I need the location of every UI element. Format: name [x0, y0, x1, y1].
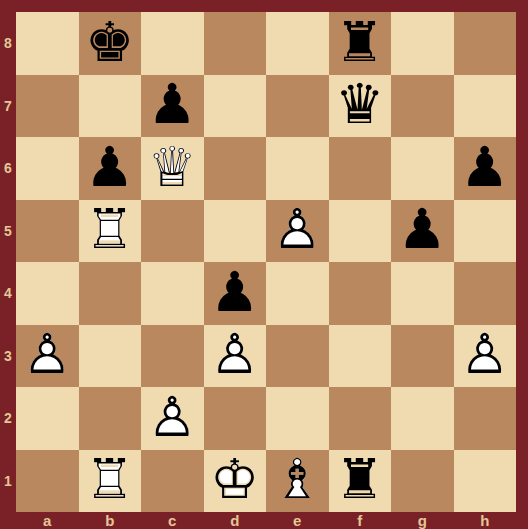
square-e7[interactable]	[266, 75, 329, 138]
square-d1[interactable]: ♚♔	[204, 450, 267, 513]
white-pawn-icon: ♙	[266, 199, 329, 262]
square-h4[interactable]	[454, 262, 517, 325]
square-c4[interactable]	[141, 262, 204, 325]
black-pawn-icon: ♟	[204, 261, 267, 324]
file-label-a: a	[16, 512, 79, 529]
black-queen-icon: ♛	[329, 74, 392, 137]
rank-label-5: 5	[0, 200, 16, 263]
square-c6[interactable]: ♛♕	[141, 137, 204, 200]
white-queen-icon: ♕	[141, 136, 204, 199]
square-f5[interactable]	[329, 200, 392, 263]
white-pawn-icon: ♙	[16, 324, 79, 387]
black-rook-icon: ♜	[329, 449, 392, 512]
file-label-g: g	[391, 512, 454, 529]
black-pawn-icon: ♟	[391, 199, 454, 262]
square-h1[interactable]	[454, 450, 517, 513]
rank-label-3: 3	[0, 325, 16, 388]
square-g3[interactable]	[391, 325, 454, 388]
square-d2[interactable]	[204, 387, 267, 450]
white-pawn-icon: ♙	[204, 324, 267, 387]
square-f2[interactable]	[329, 387, 392, 450]
rank-label-2: 2	[0, 387, 16, 450]
square-f4[interactable]	[329, 262, 392, 325]
square-f8[interactable]: ♜	[329, 12, 392, 75]
black-pawn-icon: ♟	[454, 136, 517, 199]
square-d3[interactable]: ♟♙	[204, 325, 267, 388]
square-a6[interactable]	[16, 137, 79, 200]
white-king-icon: ♔	[204, 449, 267, 512]
square-h6[interactable]: ♟	[454, 137, 517, 200]
rank-label-4: 4	[0, 262, 16, 325]
rank-label-6: 6	[0, 137, 16, 200]
square-b3[interactable]	[79, 325, 142, 388]
square-h8[interactable]	[454, 12, 517, 75]
chess-board: ♚♜♟♛♟♛♕♟♜♖♟♙♟♟♟♙♟♙♟♙♟♙♜♖♚♔♝♗♜	[16, 12, 516, 512]
square-g5[interactable]: ♟	[391, 200, 454, 263]
rank-label-1: 1	[0, 450, 16, 513]
square-b6[interactable]: ♟	[79, 137, 142, 200]
black-pawn-icon: ♟	[79, 136, 142, 199]
square-c3[interactable]	[141, 325, 204, 388]
black-pawn-icon: ♟	[141, 74, 204, 137]
square-d8[interactable]	[204, 12, 267, 75]
square-a1[interactable]	[16, 450, 79, 513]
square-e5[interactable]: ♟♙	[266, 200, 329, 263]
black-rook-icon: ♜	[329, 11, 392, 74]
square-a7[interactable]	[16, 75, 79, 138]
square-e2[interactable]	[266, 387, 329, 450]
square-e1[interactable]: ♝♗	[266, 450, 329, 513]
square-d5[interactable]	[204, 200, 267, 263]
file-labels: abcdefgh	[16, 512, 516, 529]
square-f1[interactable]: ♜	[329, 450, 392, 513]
square-d4[interactable]: ♟	[204, 262, 267, 325]
square-f6[interactable]	[329, 137, 392, 200]
square-c1[interactable]	[141, 450, 204, 513]
chess-board-frame: 87654321 ♚♜♟♛♟♛♕♟♜♖♟♙♟♟♟♙♟♙♟♙♟♙♜♖♚♔♝♗♜ a…	[0, 0, 528, 529]
file-label-c: c	[141, 512, 204, 529]
square-a5[interactable]	[16, 200, 79, 263]
square-e6[interactable]	[266, 137, 329, 200]
square-b7[interactable]	[79, 75, 142, 138]
square-b1[interactable]: ♜♖	[79, 450, 142, 513]
square-c7[interactable]: ♟	[141, 75, 204, 138]
square-a2[interactable]	[16, 387, 79, 450]
white-bishop-icon: ♗	[266, 449, 329, 512]
square-f3[interactable]	[329, 325, 392, 388]
square-b4[interactable]	[79, 262, 142, 325]
square-g4[interactable]	[391, 262, 454, 325]
square-d6[interactable]	[204, 137, 267, 200]
square-h2[interactable]	[454, 387, 517, 450]
file-label-d: d	[204, 512, 267, 529]
square-a4[interactable]	[16, 262, 79, 325]
file-label-f: f	[329, 512, 392, 529]
square-b5[interactable]: ♜♖	[79, 200, 142, 263]
square-g7[interactable]	[391, 75, 454, 138]
square-g8[interactable]	[391, 12, 454, 75]
square-e4[interactable]	[266, 262, 329, 325]
square-g1[interactable]	[391, 450, 454, 513]
square-e3[interactable]	[266, 325, 329, 388]
black-king-icon: ♚	[79, 11, 142, 74]
square-h5[interactable]	[454, 200, 517, 263]
file-label-e: e	[266, 512, 329, 529]
square-g6[interactable]	[391, 137, 454, 200]
square-c2[interactable]: ♟♙	[141, 387, 204, 450]
square-d7[interactable]	[204, 75, 267, 138]
white-rook-icon: ♖	[79, 199, 142, 262]
white-pawn-icon: ♙	[141, 386, 204, 449]
square-a8[interactable]	[16, 12, 79, 75]
rank-label-8: 8	[0, 12, 16, 75]
square-b8[interactable]: ♚	[79, 12, 142, 75]
rank-label-7: 7	[0, 75, 16, 138]
square-h3[interactable]: ♟♙	[454, 325, 517, 388]
file-label-h: h	[454, 512, 517, 529]
square-h7[interactable]	[454, 75, 517, 138]
square-f7[interactable]: ♛	[329, 75, 392, 138]
white-rook-icon: ♖	[79, 449, 142, 512]
white-pawn-icon: ♙	[454, 324, 517, 387]
square-c5[interactable]	[141, 200, 204, 263]
square-g2[interactable]	[391, 387, 454, 450]
file-label-b: b	[79, 512, 142, 529]
square-c8[interactable]	[141, 12, 204, 75]
rank-labels: 87654321	[0, 12, 16, 512]
square-a3[interactable]: ♟♙	[16, 325, 79, 388]
square-e8[interactable]	[266, 12, 329, 75]
square-b2[interactable]	[79, 387, 142, 450]
